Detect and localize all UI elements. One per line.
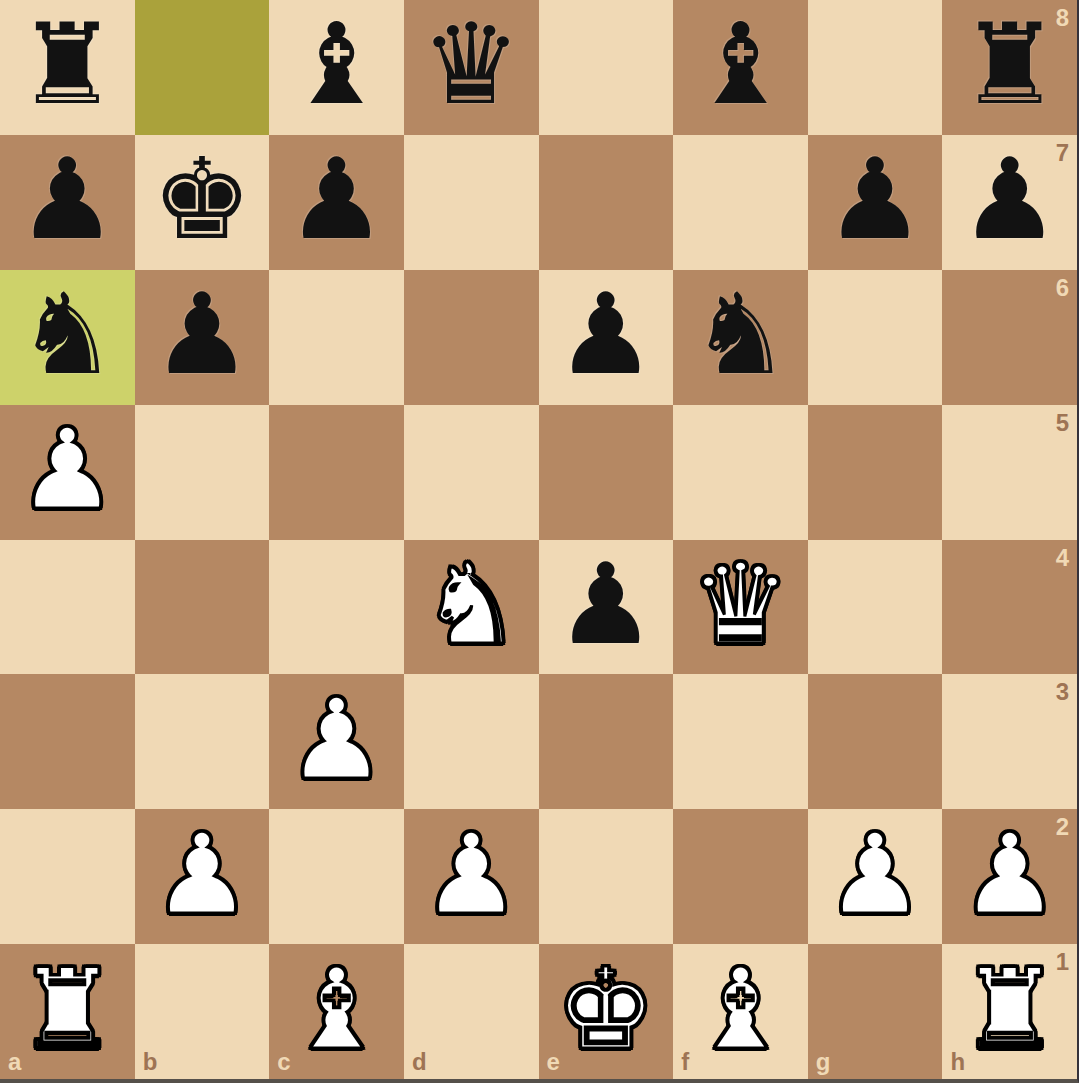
square-g6[interactable] bbox=[808, 270, 943, 405]
square-h7[interactable]: ♟7 bbox=[942, 135, 1077, 270]
square-g1[interactable]: g bbox=[808, 944, 943, 1079]
file-label-a: a bbox=[8, 1050, 21, 1074]
white-pawn-icon: ♟ bbox=[17, 413, 117, 525]
white-pawn-icon: ♟ bbox=[152, 818, 252, 930]
chess-board: ♜♝♛♝♜8♟♚♟♟♟7♞♟♟♞6♟5♞♟♛4♟3♟♟♟♟2♜ab♝cd♚e♝f… bbox=[0, 0, 1079, 1083]
file-label-c: c bbox=[277, 1050, 290, 1074]
square-e3[interactable] bbox=[539, 674, 674, 809]
square-e7[interactable] bbox=[539, 135, 674, 270]
file-label-f: f bbox=[681, 1050, 689, 1074]
square-b5[interactable] bbox=[135, 405, 270, 540]
black-rook-icon: ♜ bbox=[959, 8, 1059, 120]
square-b8[interactable] bbox=[135, 0, 270, 135]
square-f8[interactable]: ♝ bbox=[673, 0, 808, 135]
file-label-d: d bbox=[412, 1050, 427, 1074]
black-pawn-icon: ♟ bbox=[17, 143, 117, 255]
square-g8[interactable] bbox=[808, 0, 943, 135]
black-knight-icon: ♞ bbox=[17, 278, 117, 390]
square-d8[interactable]: ♛ bbox=[404, 0, 539, 135]
rank-label-1: 1 bbox=[1056, 950, 1069, 974]
square-e4[interactable]: ♟ bbox=[539, 540, 674, 675]
square-e1[interactable]: ♚e bbox=[539, 944, 674, 1079]
square-h1[interactable]: ♜1h bbox=[942, 944, 1077, 1079]
square-d4[interactable]: ♞ bbox=[404, 540, 539, 675]
black-pawn-icon: ♟ bbox=[286, 143, 386, 255]
white-rook-icon: ♜ bbox=[17, 953, 117, 1065]
square-b2[interactable]: ♟ bbox=[135, 809, 270, 944]
square-g3[interactable] bbox=[808, 674, 943, 809]
square-g2[interactable]: ♟ bbox=[808, 809, 943, 944]
square-b7[interactable]: ♚ bbox=[135, 135, 270, 270]
white-king-icon: ♚ bbox=[556, 953, 656, 1065]
black-pawn-icon: ♟ bbox=[556, 278, 656, 390]
white-knight-icon: ♞ bbox=[421, 548, 521, 660]
file-label-b: b bbox=[143, 1050, 158, 1074]
square-g5[interactable] bbox=[808, 405, 943, 540]
white-rook-icon: ♜ bbox=[959, 953, 1059, 1065]
white-queen-icon: ♛ bbox=[690, 548, 790, 660]
black-pawn-icon: ♟ bbox=[825, 143, 925, 255]
square-c7[interactable]: ♟ bbox=[269, 135, 404, 270]
square-g4[interactable] bbox=[808, 540, 943, 675]
white-bishop-icon: ♝ bbox=[690, 953, 790, 1065]
square-c6[interactable] bbox=[269, 270, 404, 405]
square-b4[interactable] bbox=[135, 540, 270, 675]
square-f7[interactable] bbox=[673, 135, 808, 270]
square-c8[interactable]: ♝ bbox=[269, 0, 404, 135]
square-e8[interactable] bbox=[539, 0, 674, 135]
square-a3[interactable] bbox=[0, 674, 135, 809]
square-f1[interactable]: ♝f bbox=[673, 944, 808, 1079]
square-e6[interactable]: ♟ bbox=[539, 270, 674, 405]
white-pawn-icon: ♟ bbox=[286, 683, 386, 795]
square-e2[interactable] bbox=[539, 809, 674, 944]
square-f3[interactable] bbox=[673, 674, 808, 809]
white-pawn-icon: ♟ bbox=[959, 818, 1059, 930]
white-bishop-icon: ♝ bbox=[286, 953, 386, 1065]
square-d1[interactable]: d bbox=[404, 944, 539, 1079]
square-a7[interactable]: ♟ bbox=[0, 135, 135, 270]
black-pawn-icon: ♟ bbox=[959, 143, 1059, 255]
square-h3[interactable]: 3 bbox=[942, 674, 1077, 809]
square-h4[interactable]: 4 bbox=[942, 540, 1077, 675]
square-f4[interactable]: ♛ bbox=[673, 540, 808, 675]
square-c5[interactable] bbox=[269, 405, 404, 540]
square-a5[interactable]: ♟ bbox=[0, 405, 135, 540]
black-knight-icon: ♞ bbox=[690, 278, 790, 390]
square-h6[interactable]: 6 bbox=[942, 270, 1077, 405]
square-a1[interactable]: ♜a bbox=[0, 944, 135, 1079]
black-pawn-icon: ♟ bbox=[152, 278, 252, 390]
square-h5[interactable]: 5 bbox=[942, 405, 1077, 540]
rank-label-4: 4 bbox=[1056, 546, 1069, 570]
square-a8[interactable]: ♜ bbox=[0, 0, 135, 135]
square-h8[interactable]: ♜8 bbox=[942, 0, 1077, 135]
rank-label-5: 5 bbox=[1056, 411, 1069, 435]
white-pawn-icon: ♟ bbox=[825, 818, 925, 930]
file-label-e: e bbox=[547, 1050, 560, 1074]
white-pawn-icon: ♟ bbox=[421, 818, 521, 930]
square-d2[interactable]: ♟ bbox=[404, 809, 539, 944]
square-c1[interactable]: ♝c bbox=[269, 944, 404, 1079]
file-label-g: g bbox=[816, 1050, 831, 1074]
square-e5[interactable] bbox=[539, 405, 674, 540]
square-d5[interactable] bbox=[404, 405, 539, 540]
rank-label-7: 7 bbox=[1056, 141, 1069, 165]
black-pawn-icon: ♟ bbox=[556, 548, 656, 660]
square-b1[interactable]: b bbox=[135, 944, 270, 1079]
square-f5[interactable] bbox=[673, 405, 808, 540]
square-f2[interactable] bbox=[673, 809, 808, 944]
square-h2[interactable]: ♟2 bbox=[942, 809, 1077, 944]
square-f6[interactable]: ♞ bbox=[673, 270, 808, 405]
rank-label-8: 8 bbox=[1056, 6, 1069, 30]
square-b6[interactable]: ♟ bbox=[135, 270, 270, 405]
square-c3[interactable]: ♟ bbox=[269, 674, 404, 809]
rank-label-6: 6 bbox=[1056, 276, 1069, 300]
black-bishop-icon: ♝ bbox=[286, 8, 386, 120]
file-label-h: h bbox=[950, 1050, 965, 1074]
square-b3[interactable] bbox=[135, 674, 270, 809]
square-a6[interactable]: ♞ bbox=[0, 270, 135, 405]
rank-label-3: 3 bbox=[1056, 680, 1069, 704]
rank-label-2: 2 bbox=[1056, 815, 1069, 839]
square-d6[interactable] bbox=[404, 270, 539, 405]
square-c4[interactable] bbox=[269, 540, 404, 675]
square-a2[interactable] bbox=[0, 809, 135, 944]
square-d3[interactable] bbox=[404, 674, 539, 809]
square-c2[interactable] bbox=[269, 809, 404, 944]
square-a4[interactable] bbox=[0, 540, 135, 675]
square-g7[interactable]: ♟ bbox=[808, 135, 943, 270]
square-d7[interactable] bbox=[404, 135, 539, 270]
black-king-icon: ♚ bbox=[152, 143, 252, 255]
black-queen-icon: ♛ bbox=[421, 8, 521, 120]
black-bishop-icon: ♝ bbox=[690, 8, 790, 120]
black-rook-icon: ♜ bbox=[17, 8, 117, 120]
